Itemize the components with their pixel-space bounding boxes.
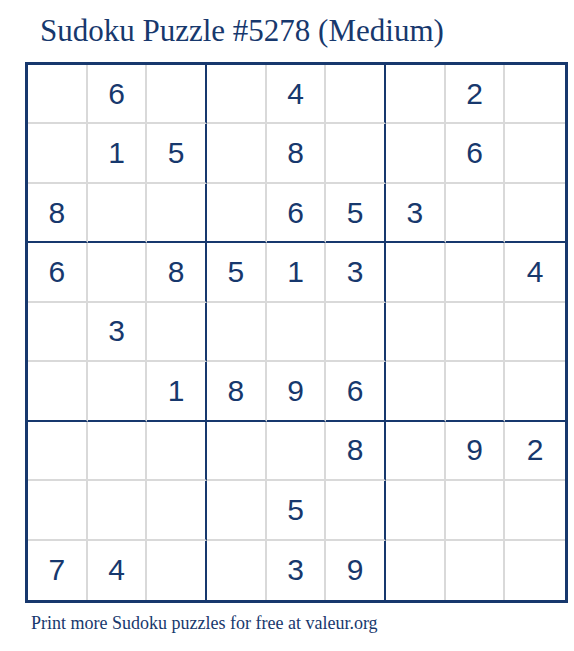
sudoku-cell-r4c2[interactable] <box>88 243 148 302</box>
sudoku-cell-r2c2[interactable]: 1 <box>88 124 148 183</box>
page-title: Sudoku Puzzle #5278 (Medium) <box>40 13 444 49</box>
sudoku-cell-r5c9[interactable] <box>505 303 565 362</box>
sudoku-cell-r9c8[interactable] <box>446 541 506 600</box>
sudoku-cell-r4c1[interactable]: 6 <box>28 243 88 302</box>
sudoku-cell-r2c7[interactable] <box>386 124 446 183</box>
sudoku-cell-r1c2[interactable]: 6 <box>88 65 148 124</box>
sudoku-cell-r5c5[interactable] <box>267 303 327 362</box>
sudoku-cell-r7c1[interactable] <box>28 422 88 481</box>
sudoku-cell-r3c6[interactable]: 5 <box>326 184 386 243</box>
sudoku-cell-r9c2[interactable]: 4 <box>88 541 148 600</box>
sudoku-cell-r5c7[interactable] <box>386 303 446 362</box>
sudoku-cell-r8c1[interactable] <box>28 481 88 540</box>
sudoku-cell-r2c3[interactable]: 5 <box>147 124 207 183</box>
sudoku-cell-r8c3[interactable] <box>147 481 207 540</box>
sudoku-cell-r3c2[interactable] <box>88 184 148 243</box>
sudoku-cell-r5c4[interactable] <box>207 303 267 362</box>
sudoku-cell-r4c4[interactable]: 5 <box>207 243 267 302</box>
footer-text: Print more Sudoku puzzles for free at va… <box>31 613 378 634</box>
sudoku-cell-r3c1[interactable]: 8 <box>28 184 88 243</box>
sudoku-cell-r6c7[interactable] <box>386 362 446 421</box>
sudoku-cell-r5c2[interactable]: 3 <box>88 303 148 362</box>
sudoku-cell-r8c5[interactable]: 5 <box>267 481 327 540</box>
sudoku-cell-r7c9[interactable]: 2 <box>505 422 565 481</box>
sudoku-cell-r4c5[interactable]: 1 <box>267 243 327 302</box>
sudoku-cell-r9c1[interactable]: 7 <box>28 541 88 600</box>
sudoku-cell-r6c6[interactable]: 6 <box>326 362 386 421</box>
sudoku-cell-r5c3[interactable] <box>147 303 207 362</box>
sudoku-cell-r1c3[interactable] <box>147 65 207 124</box>
sudoku-cell-r4c3[interactable]: 8 <box>147 243 207 302</box>
sudoku-cell-r6c3[interactable]: 1 <box>147 362 207 421</box>
sudoku-cell-r5c6[interactable] <box>326 303 386 362</box>
sudoku-cell-r3c8[interactable] <box>446 184 506 243</box>
sudoku-cell-r1c9[interactable] <box>505 65 565 124</box>
sudoku-cell-r4c8[interactable] <box>446 243 506 302</box>
sudoku-cell-r1c6[interactable] <box>326 65 386 124</box>
sudoku-cell-r6c8[interactable] <box>446 362 506 421</box>
sudoku-cell-r9c4[interactable] <box>207 541 267 600</box>
sudoku-cell-r2c6[interactable] <box>326 124 386 183</box>
sudoku-cell-r1c1[interactable] <box>28 65 88 124</box>
sudoku-cell-r6c5[interactable]: 9 <box>267 362 327 421</box>
sudoku-cell-r2c8[interactable]: 6 <box>446 124 506 183</box>
sudoku-cell-r8c7[interactable] <box>386 481 446 540</box>
sudoku-cell-r9c7[interactable] <box>386 541 446 600</box>
sudoku-cell-r1c4[interactable] <box>207 65 267 124</box>
sudoku-cell-r2c1[interactable] <box>28 124 88 183</box>
sudoku-cell-r3c3[interactable] <box>147 184 207 243</box>
sudoku-cell-r3c4[interactable] <box>207 184 267 243</box>
sudoku-cell-r5c1[interactable] <box>28 303 88 362</box>
sudoku-cell-r3c9[interactable] <box>505 184 565 243</box>
sudoku-cell-r7c3[interactable] <box>147 422 207 481</box>
sudoku-cell-r8c9[interactable] <box>505 481 565 540</box>
sudoku-cell-r1c7[interactable] <box>386 65 446 124</box>
sudoku-cell-r8c4[interactable] <box>207 481 267 540</box>
sudoku-cell-r8c2[interactable] <box>88 481 148 540</box>
sudoku-cell-r6c9[interactable] <box>505 362 565 421</box>
sudoku-cell-r7c5[interactable] <box>267 422 327 481</box>
sudoku-cell-r2c4[interactable] <box>207 124 267 183</box>
sudoku-cell-r2c9[interactable] <box>505 124 565 183</box>
sudoku-cell-r4c6[interactable]: 3 <box>326 243 386 302</box>
sudoku-cell-r1c5[interactable]: 4 <box>267 65 327 124</box>
sudoku-cell-r3c5[interactable]: 6 <box>267 184 327 243</box>
sudoku-cell-r7c6[interactable]: 8 <box>326 422 386 481</box>
sudoku-cell-r1c8[interactable]: 2 <box>446 65 506 124</box>
sudoku-cell-r9c5[interactable]: 3 <box>267 541 327 600</box>
sudoku-cell-r7c4[interactable] <box>207 422 267 481</box>
sudoku-cell-r6c1[interactable] <box>28 362 88 421</box>
sudoku-cell-r5c8[interactable] <box>446 303 506 362</box>
sudoku-cell-r7c7[interactable] <box>386 422 446 481</box>
sudoku-cell-r6c4[interactable]: 8 <box>207 362 267 421</box>
sudoku-cell-r8c8[interactable] <box>446 481 506 540</box>
sudoku-board: 642158686536851343189689257439 <box>25 62 568 603</box>
sudoku-cell-r7c8[interactable]: 9 <box>446 422 506 481</box>
sudoku-cell-r3c7[interactable]: 3 <box>386 184 446 243</box>
sudoku-cell-r7c2[interactable] <box>88 422 148 481</box>
sudoku-cell-r9c9[interactable] <box>505 541 565 600</box>
sudoku-cell-r4c7[interactable] <box>386 243 446 302</box>
sudoku-cell-r4c9[interactable]: 4 <box>505 243 565 302</box>
sudoku-cell-r8c6[interactable] <box>326 481 386 540</box>
page: Sudoku Puzzle #5278 (Medium) 64215868653… <box>0 0 574 651</box>
sudoku-cell-r9c6[interactable]: 9 <box>326 541 386 600</box>
sudoku-cell-r9c3[interactable] <box>147 541 207 600</box>
sudoku-cell-r6c2[interactable] <box>88 362 148 421</box>
sudoku-cell-r2c5[interactable]: 8 <box>267 124 327 183</box>
